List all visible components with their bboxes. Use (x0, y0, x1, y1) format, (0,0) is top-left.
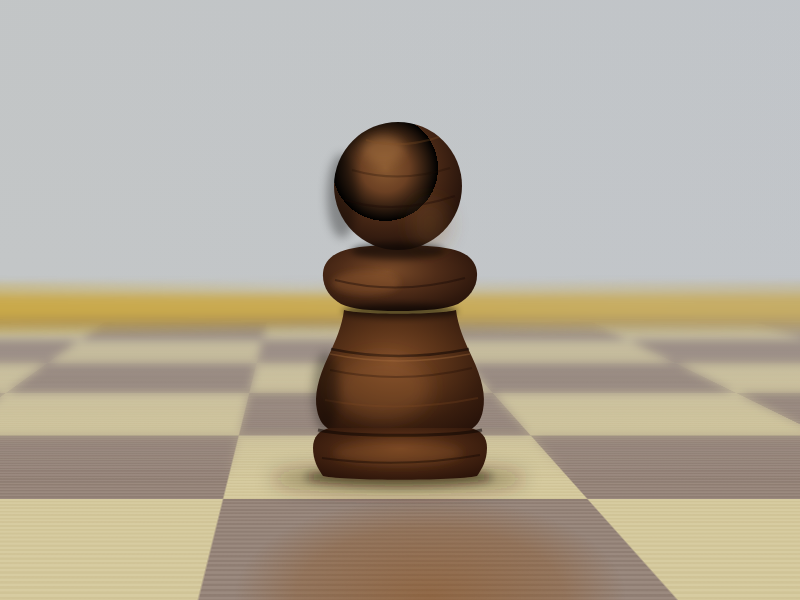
baseboard-shading (0, 282, 800, 334)
baseboard-strip (0, 282, 800, 334)
warm-light-reflection (150, 450, 710, 600)
photo-scene (0, 0, 800, 600)
